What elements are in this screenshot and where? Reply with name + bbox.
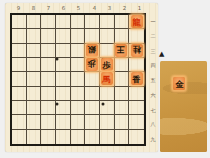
rank-label-2: 二 [149, 30, 158, 43]
piece-kanji: 龍 [133, 16, 141, 27]
file-label-1: 1 [133, 3, 147, 11]
board-cell-7b[interactable] [41, 29, 56, 43]
board-cell-8f[interactable] [27, 87, 42, 101]
board-cell-1g[interactable] [129, 101, 144, 115]
board-cell-7d[interactable] [41, 58, 56, 72]
board-cell-3a[interactable] [100, 15, 115, 29]
board-cell-1f[interactable] [129, 87, 144, 101]
sente-pawn-3d[interactable]: 歩 [101, 58, 113, 71]
board-cell-4i[interactable] [85, 130, 100, 144]
board-cell-7c[interactable] [41, 44, 56, 58]
board-cell-4b[interactable] [85, 29, 100, 43]
board-cell-3i[interactable] [100, 130, 115, 144]
board-cell-2e[interactable] [115, 72, 130, 86]
piece-kanji: 馬 [103, 73, 111, 84]
board-cell-7i[interactable] [41, 130, 56, 144]
gote-king-2c[interactable]: 王 [115, 44, 127, 57]
board-cell-1d[interactable] [129, 58, 144, 72]
board-cell-8e[interactable] [27, 72, 42, 86]
board-cell-1e[interactable]: 香 [129, 72, 144, 86]
board-cell-1h[interactable] [129, 115, 144, 129]
board-cell-4d[interactable]: 歩 [85, 58, 100, 72]
board-cell-5g[interactable] [71, 101, 86, 115]
board-cell-8c[interactable] [27, 44, 42, 58]
board-cell-4g[interactable] [85, 101, 100, 115]
file-labels: 987654321 [11, 3, 147, 12]
board-cell-4a[interactable] [85, 15, 100, 29]
board-cell-7h[interactable] [41, 115, 56, 129]
board-cell-5i[interactable] [71, 130, 86, 144]
file-label-8: 8 [27, 3, 41, 11]
board-cell-8i[interactable] [27, 130, 42, 144]
board-cell-7f[interactable] [41, 87, 56, 101]
board-cell-8h[interactable] [27, 115, 42, 129]
board-cell-3f[interactable] [100, 87, 115, 101]
board-cell-8g[interactable] [27, 101, 42, 115]
rank-labels: 一二三四五六七八九 [148, 14, 158, 147]
piece-kanji: 桂 [133, 45, 141, 56]
board-cell-9h[interactable] [12, 115, 27, 129]
board-cell-6a[interactable] [56, 15, 71, 29]
board-cell-2c[interactable]: 王 [115, 44, 130, 58]
file-label-4: 4 [87, 3, 101, 11]
board-cell-4h[interactable] [85, 115, 100, 129]
board-cell-9f[interactable] [12, 87, 27, 101]
file-label-5: 5 [72, 3, 86, 11]
board-cell-9a[interactable] [12, 15, 27, 29]
sente-hand-marker: ▲ [159, 50, 164, 58]
rank-label-3: 三 [149, 45, 158, 58]
board-cell-9g[interactable] [12, 101, 27, 115]
board-cell-2b[interactable] [115, 29, 130, 43]
board-cell-5c[interactable] [71, 44, 86, 58]
board-cell-9i[interactable] [12, 130, 27, 144]
board-cell-6i[interactable] [56, 130, 71, 144]
board-cell-9d[interactable] [12, 58, 27, 72]
board-cell-1b[interactable] [129, 29, 144, 43]
board-cell-3b[interactable] [100, 29, 115, 43]
board-cell-5e[interactable] [71, 72, 86, 86]
sente-lance-1e[interactable]: 香 [131, 72, 143, 85]
board-cell-9b[interactable] [12, 29, 27, 43]
file-label-7: 7 [42, 3, 56, 11]
file-label-9: 9 [12, 3, 26, 11]
piece-kanji: 銀 [88, 45, 96, 56]
board-cell-2d[interactable] [115, 58, 130, 72]
file-label-6: 6 [57, 3, 71, 11]
shogi-board: 龍銀王桂歩歩馬香 [10, 13, 146, 146]
piece-kanji: 歩 [103, 59, 111, 70]
hand-piece-gold[interactable]: 金 [173, 77, 185, 90]
board-cell-6c[interactable] [56, 44, 71, 58]
board-cell-9e[interactable] [12, 72, 27, 86]
rank-label-6: 六 [149, 89, 158, 102]
board-cell-4f[interactable] [85, 87, 100, 101]
sente-promoted-bishop-horse-3e[interactable]: 馬 [101, 72, 113, 85]
rank-label-9: 九 [149, 133, 158, 146]
board-cell-3h[interactable] [100, 115, 115, 129]
file-label-2: 2 [118, 3, 132, 11]
board-cell-7e[interactable] [41, 72, 56, 86]
board-cell-5h[interactable] [71, 115, 86, 129]
board-cell-1c[interactable]: 桂 [129, 44, 144, 58]
board-cell-6e[interactable] [56, 72, 71, 86]
board-cell-9c[interactable] [12, 44, 27, 58]
board-cell-5a[interactable] [71, 15, 86, 29]
board-cell-7a[interactable] [41, 15, 56, 29]
board-cell-5d[interactable] [71, 58, 86, 72]
board-cell-6b[interactable] [56, 29, 71, 43]
board-cell-3d[interactable]: 歩 [100, 58, 115, 72]
board-cell-5f[interactable] [71, 87, 86, 101]
board-cell-8b[interactable] [27, 29, 42, 43]
board-cell-4e[interactable] [85, 72, 100, 86]
rank-label-5: 五 [149, 74, 158, 87]
rank-label-4: 四 [149, 59, 158, 72]
sente-promoted-rook-dragon-1a[interactable]: 龍 [131, 15, 143, 28]
board-cell-8a[interactable] [27, 15, 42, 29]
board-cell-2a[interactable] [115, 15, 130, 29]
rank-label-1: 一 [149, 15, 158, 28]
piece-kanji: 香 [133, 73, 141, 84]
star-point [56, 102, 59, 105]
star-point [56, 58, 59, 61]
file-label-3: 3 [102, 3, 116, 11]
board-cell-8d[interactable] [27, 58, 42, 72]
board-cell-2g[interactable] [115, 101, 130, 115]
board-cell-7g[interactable] [41, 101, 56, 115]
piece-kanji: 金 [175, 78, 183, 89]
board-cell-3c[interactable] [100, 44, 115, 58]
rank-label-8: 八 [149, 119, 158, 132]
star-point [101, 102, 104, 105]
board-cell-2i[interactable] [115, 130, 130, 144]
board-cell-1a[interactable]: 龍 [129, 15, 144, 29]
gote-pawn-4d[interactable]: 歩 [86, 58, 98, 71]
board-cell-3e[interactable]: 馬 [100, 72, 115, 86]
gote-knight-1c[interactable]: 桂 [131, 44, 143, 57]
board-cell-2h[interactable] [115, 115, 130, 129]
board-cell-2f[interactable] [115, 87, 130, 101]
board-cell-5b[interactable] [71, 29, 86, 43]
gote-silver-4c[interactable]: 銀 [86, 44, 98, 57]
board-cell-6h[interactable] [56, 115, 71, 129]
board-cell-6f[interactable] [56, 87, 71, 101]
sente-komadai: 金 [160, 61, 207, 152]
board-cell-4c[interactable]: 銀 [85, 44, 100, 58]
board-cell-1i[interactable] [129, 130, 144, 144]
piece-kanji: 王 [117, 45, 125, 56]
rank-label-7: 七 [149, 104, 158, 117]
piece-kanji: 歩 [88, 59, 96, 70]
